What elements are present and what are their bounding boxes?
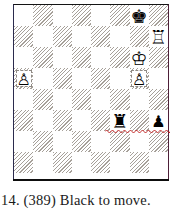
square-b4 (33, 89, 52, 110)
square-f5 (110, 68, 129, 89)
white-rook-icon: ♖ (150, 28, 167, 47)
square-c2 (53, 131, 72, 152)
square-b7 (33, 26, 52, 47)
square-a3 (14, 110, 33, 131)
diagram-caption: 14. (389) Black to move. (1, 192, 171, 209)
black-pawn-icon: ♟ (151, 113, 165, 129)
square-e5 (91, 68, 110, 89)
square-g8: ♚ (130, 5, 149, 26)
square-f2 (110, 131, 129, 152)
square-h4 (149, 89, 168, 110)
square-d1 (72, 152, 91, 173)
square-c1 (53, 152, 72, 173)
square-c5 (53, 68, 72, 89)
white-pawn-icon: ♙ (132, 71, 146, 87)
square-g2 (130, 131, 149, 152)
square-a4 (14, 89, 33, 110)
square-h5 (149, 68, 168, 89)
square-f6 (110, 47, 129, 68)
square-h6 (149, 47, 168, 68)
square-b3 (33, 110, 52, 131)
square-g7 (130, 26, 149, 47)
square-c6 (53, 47, 72, 68)
board-bottom-rule (13, 179, 169, 181)
square-e8 (91, 5, 110, 26)
square-e4 (91, 89, 110, 110)
square-h7: ♖ (149, 26, 168, 47)
square-g1 (130, 152, 149, 173)
square-f1 (110, 152, 129, 173)
square-f8 (110, 5, 129, 26)
square-h2 (149, 131, 168, 152)
square-f4 (110, 89, 129, 110)
square-a7 (14, 26, 33, 47)
square-g4 (130, 89, 149, 110)
square-c3 (53, 110, 72, 131)
piece-highlight-box: ♙ (131, 70, 147, 87)
square-a8 (14, 5, 33, 26)
white-pawn-icon: ♙ (16, 71, 30, 87)
square-f7 (110, 26, 129, 47)
square-d7 (72, 26, 91, 47)
square-b1 (33, 152, 52, 173)
square-e1 (91, 152, 110, 173)
square-h8 (149, 5, 168, 26)
scanned-chess-diagram: ♚♖♔♙♙♜♟ 14. (389) Black to move. (0, 0, 172, 217)
black-king-icon: ♚ (131, 7, 148, 26)
piece-highlight-box: ♙ (16, 70, 32, 87)
square-e7 (91, 26, 110, 47)
square-a5: ♙ (14, 68, 33, 89)
square-g5: ♙ (130, 68, 149, 89)
square-h1 (149, 152, 168, 173)
square-d4 (72, 89, 91, 110)
board-frame: ♚♖♔♙♙♜♟ (13, 4, 169, 179)
square-a1 (14, 152, 33, 173)
square-d5 (72, 68, 91, 89)
square-b6 (33, 47, 52, 68)
square-a2 (14, 131, 33, 152)
square-b2 (33, 131, 52, 152)
white-king-icon: ♔ (131, 49, 148, 68)
square-b5 (33, 68, 52, 89)
square-b8 (33, 5, 52, 26)
square-d8 (72, 5, 91, 26)
red-squiggle-annotation (105, 128, 170, 134)
square-g6: ♔ (130, 47, 149, 68)
square-e6 (91, 47, 110, 68)
square-e2 (91, 131, 110, 152)
square-c4 (53, 89, 72, 110)
square-c7 (53, 26, 72, 47)
square-a6 (14, 47, 33, 68)
square-d2 (72, 131, 91, 152)
square-d3 (72, 110, 91, 131)
square-d6 (72, 47, 91, 68)
square-c8 (53, 5, 72, 26)
board: ♚♖♔♙♙♜♟ (14, 5, 168, 173)
